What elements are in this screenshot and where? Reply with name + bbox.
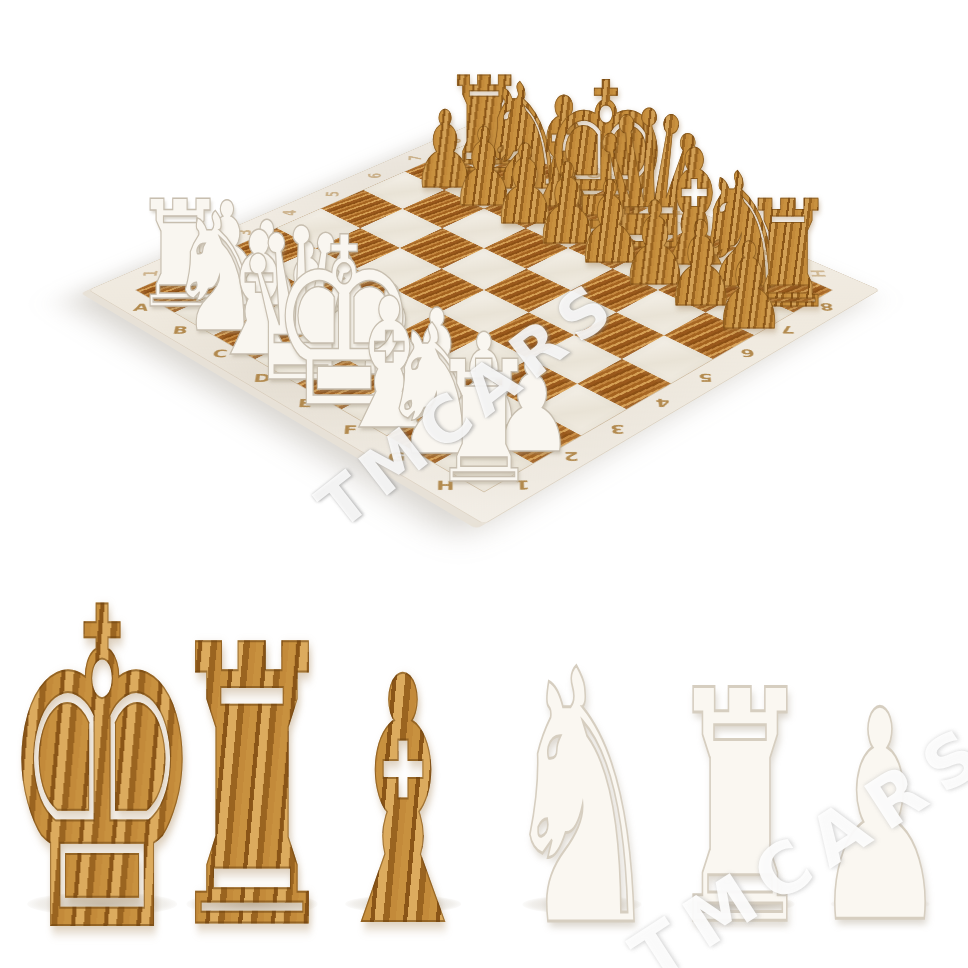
product-photo-stage: ABCDEFGH ABCDEFGH 87654321 87654321 ♜♞♝♚… — [0, 0, 968, 968]
showcase-piece-white-pawn: ♟ — [812, 673, 947, 963]
showcase-piece-brown-rook: ♜ — [162, 597, 341, 968]
board-frame: ABCDEFGH ABCDEFGH 87654321 87654321 — [88, 119, 880, 525]
chess-board: ABCDEFGH ABCDEFGH 87654321 87654321 — [88, 119, 880, 525]
showcase-piece-white-knight: ♞ — [500, 625, 663, 968]
board-grid — [136, 137, 832, 492]
showcase-piece-brown-bishop: ♝ — [324, 633, 483, 968]
showcase-piece-white-rook: ♜ — [665, 649, 814, 968]
